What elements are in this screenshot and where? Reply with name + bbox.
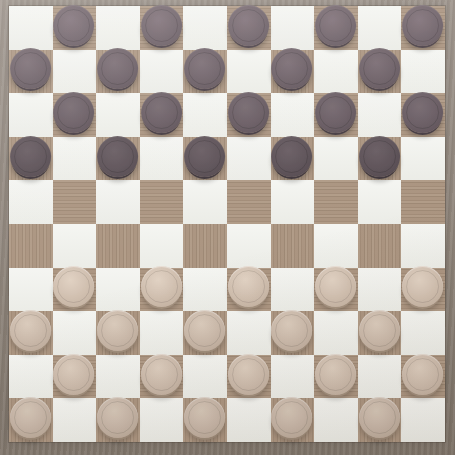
light-square bbox=[9, 6, 53, 50]
dark-square[interactable] bbox=[96, 50, 140, 94]
dark-square[interactable] bbox=[53, 6, 97, 50]
dark-square[interactable] bbox=[53, 268, 97, 312]
light-square bbox=[227, 137, 271, 181]
dark-piece[interactable] bbox=[271, 136, 312, 177]
light-square bbox=[183, 355, 227, 399]
light-square bbox=[183, 6, 227, 50]
dark-square[interactable] bbox=[358, 224, 402, 268]
dark-piece[interactable] bbox=[359, 136, 400, 177]
dark-square[interactable] bbox=[140, 6, 184, 50]
dark-square[interactable] bbox=[227, 93, 271, 137]
dark-square[interactable] bbox=[358, 137, 402, 181]
light-square bbox=[358, 268, 402, 312]
dark-piece[interactable] bbox=[228, 5, 269, 46]
dark-piece[interactable] bbox=[184, 136, 225, 177]
light-piece[interactable] bbox=[53, 266, 94, 307]
light-square bbox=[96, 268, 140, 312]
light-square bbox=[53, 224, 97, 268]
dark-square[interactable] bbox=[9, 398, 53, 442]
light-square bbox=[227, 398, 271, 442]
light-piece[interactable] bbox=[359, 397, 400, 438]
dark-square[interactable] bbox=[183, 50, 227, 94]
dark-square[interactable] bbox=[53, 180, 97, 224]
light-square bbox=[96, 355, 140, 399]
light-piece[interactable] bbox=[10, 397, 51, 438]
light-square bbox=[183, 180, 227, 224]
light-square bbox=[9, 355, 53, 399]
light-square bbox=[53, 311, 97, 355]
dark-square[interactable] bbox=[96, 137, 140, 181]
dark-square[interactable] bbox=[9, 311, 53, 355]
dark-square[interactable] bbox=[401, 93, 445, 137]
dark-piece[interactable] bbox=[359, 48, 400, 89]
dark-square[interactable] bbox=[271, 311, 315, 355]
light-piece[interactable] bbox=[228, 266, 269, 307]
dark-square[interactable] bbox=[96, 224, 140, 268]
light-square bbox=[401, 311, 445, 355]
light-piece[interactable] bbox=[315, 354, 356, 395]
dark-piece[interactable] bbox=[402, 5, 443, 46]
light-square bbox=[96, 6, 140, 50]
light-square bbox=[314, 50, 358, 94]
dark-square[interactable] bbox=[9, 137, 53, 181]
light-square bbox=[96, 93, 140, 137]
light-piece[interactable] bbox=[271, 310, 312, 351]
light-piece[interactable] bbox=[53, 354, 94, 395]
light-piece[interactable] bbox=[359, 310, 400, 351]
light-square bbox=[271, 268, 315, 312]
light-square bbox=[53, 137, 97, 181]
light-square bbox=[314, 311, 358, 355]
light-square bbox=[140, 398, 184, 442]
dark-square[interactable] bbox=[401, 355, 445, 399]
dark-square[interactable] bbox=[9, 224, 53, 268]
dark-square[interactable] bbox=[53, 93, 97, 137]
dark-square[interactable] bbox=[140, 268, 184, 312]
dark-square[interactable] bbox=[53, 355, 97, 399]
light-square bbox=[227, 311, 271, 355]
dark-square[interactable] bbox=[271, 137, 315, 181]
light-square bbox=[9, 268, 53, 312]
light-square bbox=[358, 6, 402, 50]
light-square bbox=[401, 137, 445, 181]
light-piece[interactable] bbox=[10, 310, 51, 351]
light-piece[interactable] bbox=[271, 397, 312, 438]
dark-piece[interactable] bbox=[228, 92, 269, 133]
dark-piece[interactable] bbox=[53, 5, 94, 46]
dark-square[interactable] bbox=[9, 50, 53, 94]
light-square bbox=[358, 355, 402, 399]
dark-square[interactable] bbox=[271, 398, 315, 442]
dark-square[interactable] bbox=[271, 224, 315, 268]
light-square bbox=[183, 93, 227, 137]
dark-square[interactable] bbox=[358, 398, 402, 442]
light-square bbox=[358, 180, 402, 224]
dark-square[interactable] bbox=[140, 93, 184, 137]
dark-piece[interactable] bbox=[141, 92, 182, 133]
light-square bbox=[140, 137, 184, 181]
dark-piece[interactable] bbox=[10, 48, 51, 89]
dark-piece[interactable] bbox=[141, 5, 182, 46]
dark-square[interactable] bbox=[358, 50, 402, 94]
dark-piece[interactable] bbox=[184, 48, 225, 89]
draughts-board bbox=[9, 6, 445, 442]
light-square bbox=[140, 311, 184, 355]
light-square bbox=[227, 224, 271, 268]
light-square bbox=[401, 224, 445, 268]
light-piece[interactable] bbox=[141, 354, 182, 395]
light-square bbox=[53, 398, 97, 442]
dark-square[interactable] bbox=[401, 6, 445, 50]
dark-piece[interactable] bbox=[53, 92, 94, 133]
light-piece[interactable] bbox=[184, 397, 225, 438]
board-photo bbox=[0, 0, 455, 455]
dark-piece[interactable] bbox=[402, 92, 443, 133]
light-square bbox=[271, 6, 315, 50]
light-piece[interactable] bbox=[228, 354, 269, 395]
light-square bbox=[401, 398, 445, 442]
dark-square[interactable] bbox=[227, 180, 271, 224]
dark-square[interactable] bbox=[314, 93, 358, 137]
dark-square[interactable] bbox=[314, 180, 358, 224]
dark-square[interactable] bbox=[314, 268, 358, 312]
dark-square[interactable] bbox=[96, 398, 140, 442]
light-square bbox=[96, 180, 140, 224]
light-piece[interactable] bbox=[315, 266, 356, 307]
light-piece[interactable] bbox=[402, 266, 443, 307]
light-square bbox=[314, 224, 358, 268]
dark-square[interactable] bbox=[401, 268, 445, 312]
dark-square[interactable] bbox=[96, 311, 140, 355]
dark-square[interactable] bbox=[183, 311, 227, 355]
dark-piece[interactable] bbox=[97, 136, 138, 177]
light-piece[interactable] bbox=[97, 310, 138, 351]
light-square bbox=[53, 50, 97, 94]
dark-piece[interactable] bbox=[97, 48, 138, 89]
light-square bbox=[314, 137, 358, 181]
dark-square[interactable] bbox=[183, 224, 227, 268]
light-piece[interactable] bbox=[97, 397, 138, 438]
dark-piece[interactable] bbox=[10, 136, 51, 177]
light-square bbox=[140, 224, 184, 268]
dark-square[interactable] bbox=[183, 137, 227, 181]
dark-square[interactable] bbox=[140, 180, 184, 224]
dark-piece[interactable] bbox=[271, 48, 312, 89]
dark-square[interactable] bbox=[227, 355, 271, 399]
dark-piece[interactable] bbox=[315, 92, 356, 133]
dark-square[interactable] bbox=[401, 180, 445, 224]
light-square bbox=[140, 50, 184, 94]
dark-square[interactable] bbox=[227, 268, 271, 312]
light-square bbox=[271, 355, 315, 399]
light-square bbox=[9, 180, 53, 224]
dark-square[interactable] bbox=[358, 311, 402, 355]
light-square bbox=[401, 50, 445, 94]
dark-square[interactable] bbox=[183, 398, 227, 442]
light-square bbox=[227, 50, 271, 94]
light-square bbox=[9, 93, 53, 137]
light-piece[interactable] bbox=[402, 354, 443, 395]
light-piece[interactable] bbox=[184, 310, 225, 351]
light-square bbox=[183, 268, 227, 312]
dark-square[interactable] bbox=[271, 50, 315, 94]
dark-piece[interactable] bbox=[315, 5, 356, 46]
dark-square[interactable] bbox=[314, 6, 358, 50]
dark-square[interactable] bbox=[140, 355, 184, 399]
light-square bbox=[271, 180, 315, 224]
light-square bbox=[358, 93, 402, 137]
light-piece[interactable] bbox=[141, 266, 182, 307]
dark-square[interactable] bbox=[314, 355, 358, 399]
dark-square[interactable] bbox=[227, 6, 271, 50]
light-square bbox=[271, 93, 315, 137]
light-square bbox=[314, 398, 358, 442]
